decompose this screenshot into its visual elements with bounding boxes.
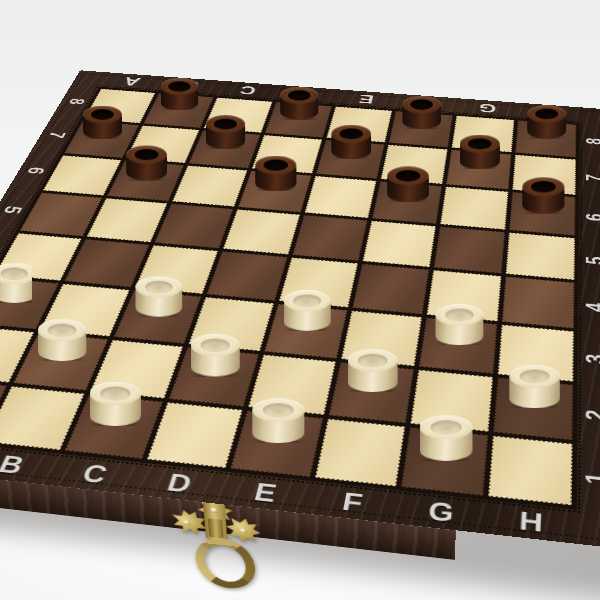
light-piece-recess [100,386,130,400]
square-f4[interactable] [352,264,429,315]
light-piece-recess [145,280,173,293]
rank-label-left-8: 8 [42,92,110,112]
board-top-face: ABCDEFGH ABCDEFGH 87654321 87654321 [0,70,600,548]
square-a1[interactable] [0,378,7,441]
light-piece-h2[interactable] [509,364,560,408]
light-piece-g3[interactable] [435,304,483,345]
square-c8[interactable] [204,97,273,132]
square-d6[interactable] [238,171,312,213]
square-b7[interactable] [126,125,200,163]
light-piece-e3[interactable] [283,290,330,331]
square-c7[interactable] [189,130,261,168]
square-h1[interactable] [488,436,572,506]
light-piece-c1[interactable] [89,381,140,425]
square-a2[interactable] [0,325,34,382]
light-piece-b2[interactable] [37,319,86,361]
square-b6[interactable] [107,160,184,201]
square-d7[interactable] [252,135,322,174]
light-piece-recess [357,353,386,367]
square-h5[interactable] [506,232,575,280]
light-piece-g1[interactable] [419,415,472,461]
photo-scene: ABCDEFGH ABCDEFGH 87654321 87654321 [0,0,600,600]
rank-label-left-7: 7 [21,124,91,145]
square-c5[interactable] [154,204,233,249]
light-piece-recess [262,403,293,417]
square-f5[interactable] [363,221,436,267]
square-e5[interactable] [292,215,367,261]
light-piece-recess [0,267,27,280]
square-g7[interactable] [446,150,511,190]
square-f7[interactable] [381,145,448,184]
square-g8[interactable] [452,116,515,153]
light-piece-recess [519,369,549,383]
rank-label-left-6: 6 [0,159,71,182]
light-piece-a3[interactable] [0,263,37,303]
light-piece-c3[interactable] [135,276,182,316]
square-d1[interactable] [147,402,243,468]
square-h4[interactable] [502,276,575,328]
square-e8[interactable] [326,106,392,142]
checkers-board: ABCDEFGH ABCDEFGH 87654321 87654321 [0,70,600,548]
light-piece-d2[interactable] [190,334,239,376]
square-d4[interactable] [206,251,287,300]
square-e6[interactable] [305,176,377,218]
square-d8[interactable] [265,102,332,138]
light-piece-recess [430,420,461,434]
square-b8[interactable] [143,93,213,128]
square-e7[interactable] [316,140,385,179]
light-piece-e1[interactable] [252,398,304,443]
square-g6[interactable] [440,187,508,230]
square-b1[interactable] [0,386,85,450]
square-f1[interactable] [315,419,405,487]
square-g5[interactable] [434,227,505,274]
light-piece-recess [200,338,229,351]
light-piece-recess [293,294,321,307]
light-piece-f2[interactable] [347,349,397,392]
perspective-scene: ABCDEFGH ABCDEFGH 87654321 87654321 [0,0,600,600]
light-piece-recess [445,308,473,321]
rank-labels-right: 87654321 [577,123,600,514]
light-piece-recess [47,323,76,336]
square-f6[interactable] [372,181,442,224]
square-d5[interactable] [223,209,300,254]
square-f8[interactable] [389,111,453,147]
square-c6[interactable] [172,165,247,206]
